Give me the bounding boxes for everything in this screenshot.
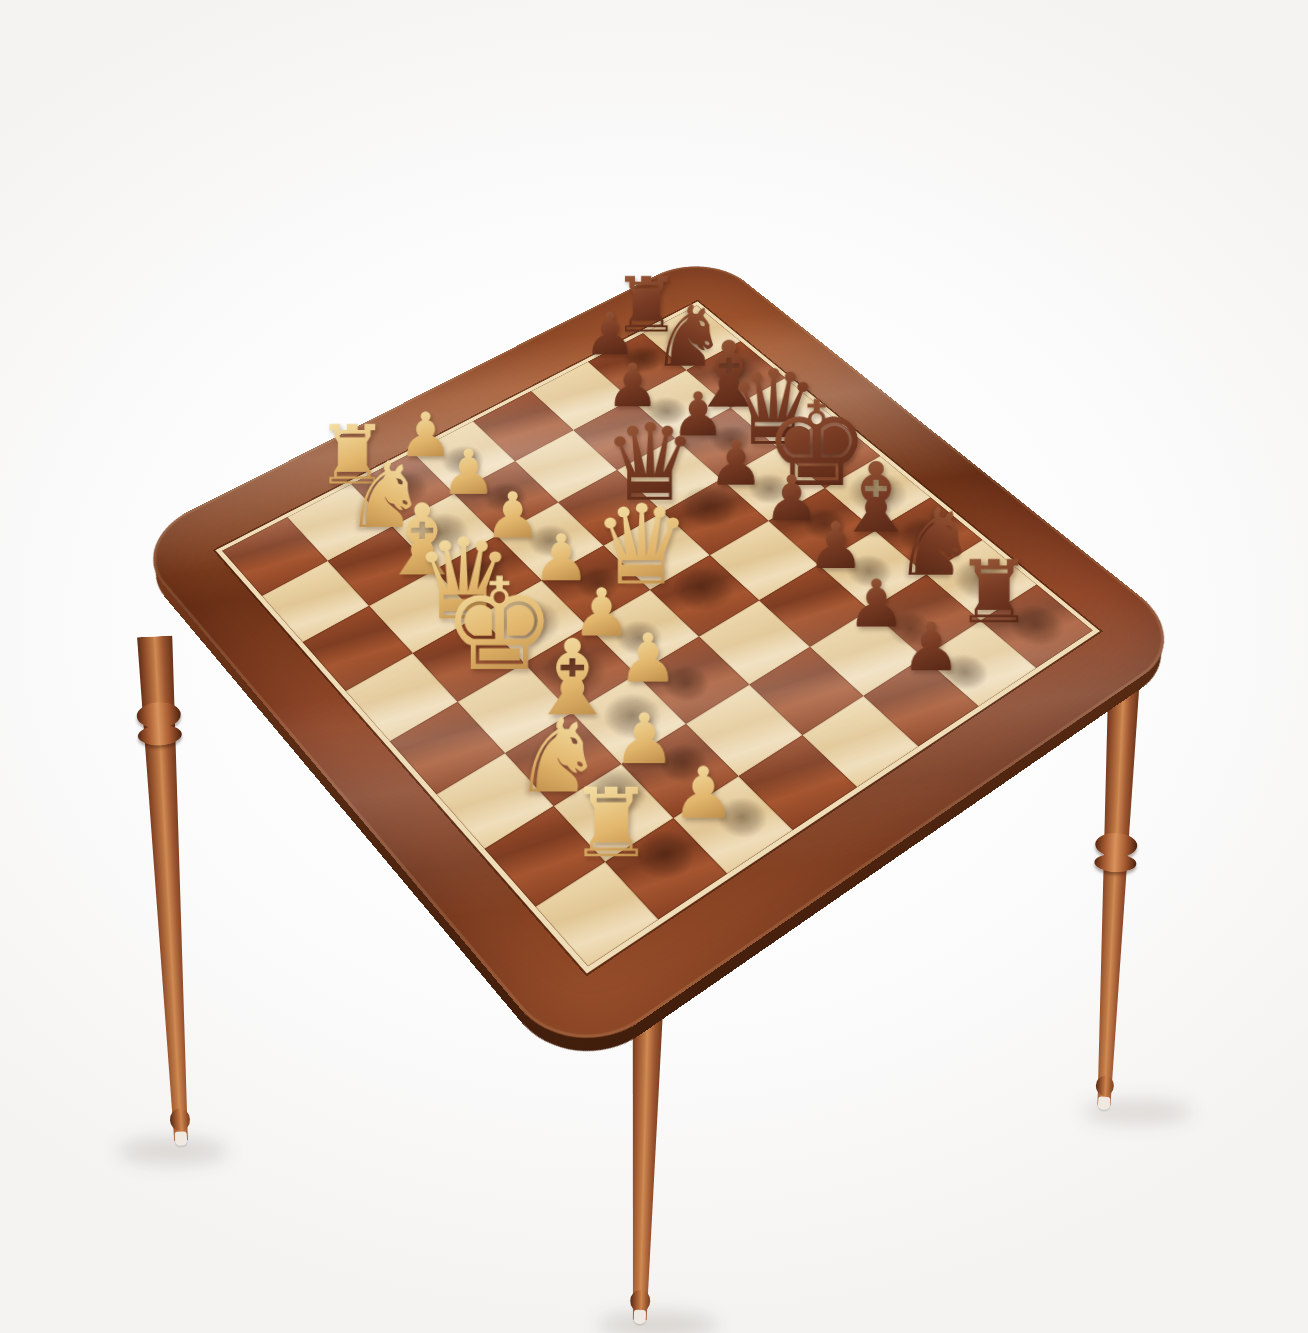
light-pawn-glyph: ♟ (618, 625, 679, 693)
dark-pawn-glyph: ♟ (901, 614, 961, 681)
light-pawn-glyph: ♟ (613, 704, 676, 774)
product-photo-stage: ♜♞♝♛♚♝♞♜♟♟♟♟♟♟♟♟♛♛♟♟♟♟♟♟♜♞♝♛♚♝♟♟♞♜ (0, 0, 1308, 1333)
chessboard: ♜♞♝♛♚♝♞♜♟♟♟♟♟♟♟♟♛♛♟♟♟♟♟♟♜♞♝♛♚♝♟♟♞♜ (215, 301, 1100, 973)
dark-rook-glyph: ♜ (955, 549, 1033, 636)
light-pawn-glyph: ♟ (672, 758, 736, 829)
dark-pawn-glyph: ♟ (708, 432, 764, 494)
tabletop: ♜♞♝♛♚♝♞♜♟♟♟♟♟♟♟♟♛♛♟♟♟♟♟♟♜♞♝♛♚♝♟♟♞♜ (128, 250, 1195, 1068)
dark-pawn-glyph: ♟ (847, 570, 906, 636)
light-rook-glyph: ♜ (568, 775, 654, 870)
table-3d-scene: ♜♞♝♛♚♝♞♜♟♟♟♟♟♟♟♟♛♛♟♟♟♟♟♟♜♞♝♛♚♝♟♟♞♜ (0, 0, 1308, 1333)
